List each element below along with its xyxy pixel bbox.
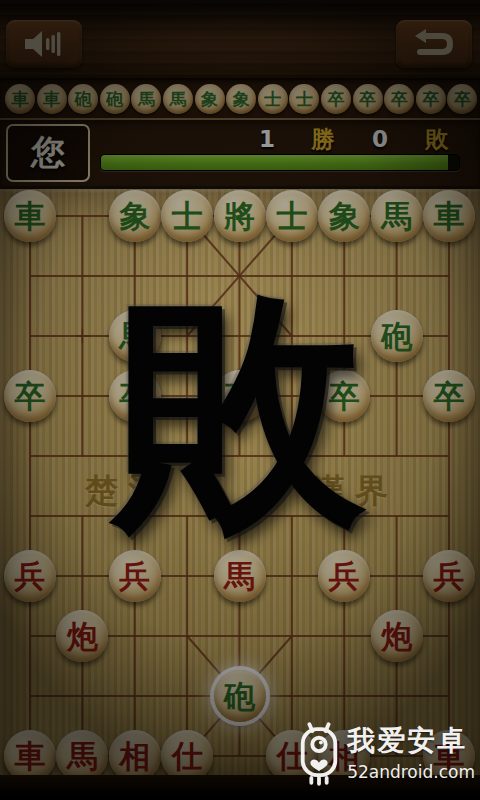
board-piece-卒[interactable]: 卒 (423, 370, 475, 422)
captured-piece: 士 (289, 84, 319, 114)
river-text-left: 楚河 (85, 469, 171, 514)
board-piece-砲[interactable]: 砲 (371, 310, 423, 362)
watermark-site: 52android.com (347, 762, 475, 782)
progress-fill (101, 155, 448, 170)
board-piece-士[interactable]: 士 (266, 190, 318, 242)
board-piece-卒[interactable]: 卒 (318, 370, 370, 422)
board-piece-象[interactable]: 象 (318, 190, 370, 242)
captured-piece: 卒 (321, 84, 351, 114)
captured-piece: 車 (37, 84, 67, 114)
board-piece-炮[interactable]: 炮 (56, 610, 108, 662)
captured-piece: 卒 (447, 84, 477, 114)
captured-piece: 車 (5, 84, 35, 114)
return-icon (411, 28, 457, 60)
board-piece-將[interactable]: 將 (214, 190, 266, 242)
captured-piece: 砲 (100, 84, 130, 114)
board-piece-兵[interactable]: 兵 (423, 550, 475, 602)
board-piece-卒[interactable]: 卒 (4, 370, 56, 422)
captured-tray: 車車砲砲馬馬象象士士卒卒卒卒卒 (0, 78, 480, 120)
board-piece-炮[interactable]: 炮 (371, 610, 423, 662)
board-piece-士[interactable]: 士 (161, 190, 213, 242)
board-piece-砲[interactable]: 砲 (214, 670, 266, 722)
wins-value: 1 (259, 126, 275, 152)
board-piece-車[interactable]: 車 (4, 190, 56, 242)
player-label: 您 (31, 130, 65, 176)
board[interactable]: 楚河 漢界 車象士將士象馬車馬砲卒卒卒卒卒砲兵兵馬兵兵炮炮車馬相仕仕相車 (0, 186, 480, 783)
board-piece-馬[interactable]: 馬 (214, 550, 266, 602)
back-button[interactable] (396, 20, 472, 68)
captured-piece: 象 (195, 84, 225, 114)
progress-bar (100, 154, 460, 171)
captured-piece: 卒 (353, 84, 383, 114)
captured-piece: 象 (226, 84, 256, 114)
captured-piece: 馬 (131, 84, 161, 114)
speaker-icon (22, 29, 66, 59)
watermark-text: 我爱安卓 52android.com (347, 722, 475, 782)
board-piece-車[interactable]: 車 (423, 190, 475, 242)
river-text-right: 漢界 (312, 469, 398, 514)
board-piece-兵[interactable]: 兵 (318, 550, 370, 602)
wins-label: 勝 (312, 126, 335, 152)
watermark-title: 我爱安卓 (347, 722, 475, 760)
board-piece-馬[interactable]: 馬 (109, 310, 161, 362)
score-panel: 您 1 勝 0 敗 (0, 118, 480, 188)
captured-piece: 士 (258, 84, 288, 114)
captured-piece: 卒 (384, 84, 414, 114)
board-piece-卒[interactable]: 卒 (214, 370, 266, 422)
board-piece-兵[interactable]: 兵 (4, 550, 56, 602)
board-piece-兵[interactable]: 兵 (109, 550, 161, 602)
losses-value: 0 (372, 126, 388, 152)
captured-piece: 卒 (416, 84, 446, 114)
top-bar (0, 0, 480, 76)
board-piece-馬[interactable]: 馬 (371, 190, 423, 242)
captured-piece: 砲 (68, 84, 98, 114)
android-robot-icon (296, 722, 342, 790)
sound-button[interactable] (6, 20, 82, 68)
losses-label: 敗 (426, 126, 449, 152)
board-piece-象[interactable]: 象 (109, 190, 161, 242)
watermark: 我爱安卓 52android.com (296, 722, 475, 790)
captured-piece: 馬 (163, 84, 193, 114)
board-piece-卒[interactable]: 卒 (109, 370, 161, 422)
xiangqi-app: 車車砲砲馬馬象象士士卒卒卒卒卒 您 1 勝 0 敗 楚河 漢界 車象士將士象馬車… (0, 0, 480, 800)
player-label-box: 您 (6, 124, 90, 182)
